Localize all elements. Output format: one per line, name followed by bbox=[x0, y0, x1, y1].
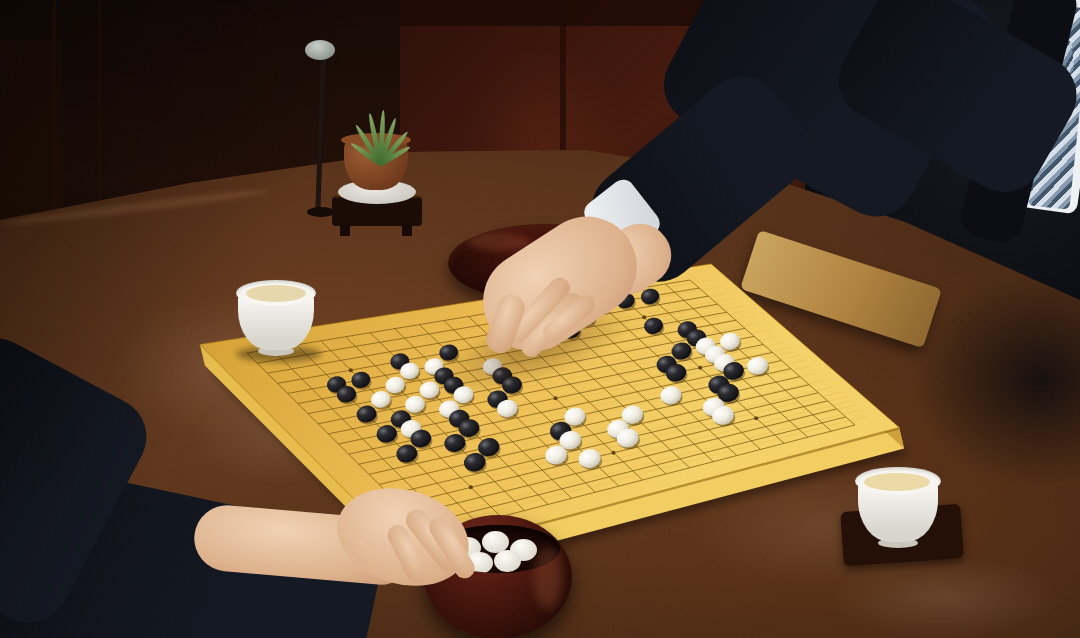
teacup-right-tea bbox=[864, 473, 930, 491]
star-point bbox=[698, 366, 702, 370]
star-point bbox=[642, 315, 646, 319]
star-point bbox=[554, 396, 558, 400]
teacup-left-tea bbox=[246, 285, 306, 302]
star-point bbox=[754, 416, 758, 420]
bowl-highlight bbox=[534, 547, 562, 609]
star-point bbox=[612, 451, 616, 455]
go-game-photo-scene bbox=[0, 0, 1080, 638]
star-point bbox=[469, 485, 473, 489]
star-point bbox=[349, 368, 353, 372]
bowl-white-stone bbox=[494, 550, 521, 572]
